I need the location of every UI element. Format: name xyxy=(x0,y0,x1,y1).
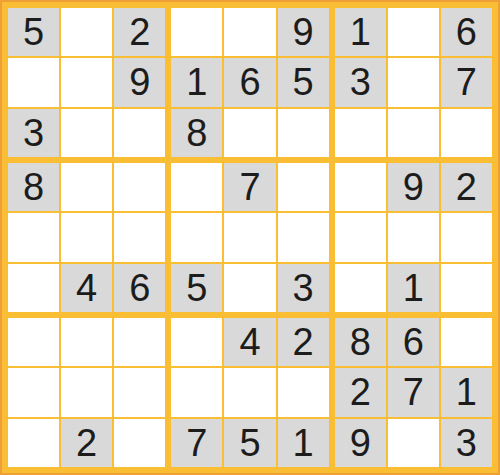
cell-r9c6: 1 xyxy=(278,419,329,467)
cell-r1c3: 2 xyxy=(114,8,165,56)
cell-r7c4[interactable] xyxy=(171,318,222,366)
cell-r7c7: 8 xyxy=(335,318,386,366)
cell-r2c5: 6 xyxy=(224,58,275,106)
cell-r4c5: 7 xyxy=(224,163,275,211)
cell-r7c1[interactable] xyxy=(8,318,59,366)
cell-r1c2[interactable] xyxy=(61,8,112,56)
cell-r5c7[interactable] xyxy=(335,213,386,261)
cell-r1c6: 9 xyxy=(278,8,329,56)
cell-r3c3[interactable] xyxy=(114,109,165,157)
cell-r1c4[interactable] xyxy=(171,8,222,56)
cell-r4c6[interactable] xyxy=(278,163,329,211)
cell-r3c9[interactable] xyxy=(441,109,492,157)
cell-r3c5[interactable] xyxy=(224,109,275,157)
cell-r4c4[interactable] xyxy=(171,163,222,211)
cell-r9c3[interactable] xyxy=(114,419,165,467)
box-0-0: 5293 xyxy=(8,8,165,157)
cell-r2c6: 5 xyxy=(278,58,329,106)
cell-r3c1: 3 xyxy=(8,109,59,157)
cell-r5c2[interactable] xyxy=(61,213,112,261)
cell-r6c3: 6 xyxy=(114,264,165,312)
cell-r4c1: 8 xyxy=(8,163,59,211)
cell-r8c1[interactable] xyxy=(8,368,59,416)
cell-r7c2[interactable] xyxy=(61,318,112,366)
cell-r7c3[interactable] xyxy=(114,318,165,366)
cell-r2c2[interactable] xyxy=(61,58,112,106)
cell-r8c4[interactable] xyxy=(171,368,222,416)
cell-r6c9[interactable] xyxy=(441,264,492,312)
cell-r3c2[interactable] xyxy=(61,109,112,157)
cell-r6c7[interactable] xyxy=(335,264,386,312)
cell-r7c5: 4 xyxy=(224,318,275,366)
cell-r2c4: 1 xyxy=(171,58,222,106)
cell-r7c8: 6 xyxy=(388,318,439,366)
box-2-0: 2 xyxy=(8,318,165,467)
cell-r5c5[interactable] xyxy=(224,213,275,261)
cell-r3c6[interactable] xyxy=(278,109,329,157)
cell-r6c8: 1 xyxy=(388,264,439,312)
cell-r9c1[interactable] xyxy=(8,419,59,467)
cell-r2c1[interactable] xyxy=(8,58,59,106)
cell-r8c9: 1 xyxy=(441,368,492,416)
cell-r3c4: 8 xyxy=(171,109,222,157)
cell-r2c3: 9 xyxy=(114,58,165,106)
box-2-2: 8627193 xyxy=(335,318,492,467)
cell-r5c1[interactable] xyxy=(8,213,59,261)
cell-r4c3[interactable] xyxy=(114,163,165,211)
cell-r5c6[interactable] xyxy=(278,213,329,261)
cell-r4c8: 9 xyxy=(388,163,439,211)
cell-r8c6[interactable] xyxy=(278,368,329,416)
cell-r7c6: 2 xyxy=(278,318,329,366)
cell-r5c8[interactable] xyxy=(388,213,439,261)
cell-r6c5[interactable] xyxy=(224,264,275,312)
cell-r8c8: 7 xyxy=(388,368,439,416)
box-1-2: 921 xyxy=(335,163,492,312)
cell-r6c2: 4 xyxy=(61,264,112,312)
cell-r6c1[interactable] xyxy=(8,264,59,312)
cell-r8c7: 2 xyxy=(335,368,386,416)
cell-r7c9[interactable] xyxy=(441,318,492,366)
cell-r1c9: 6 xyxy=(441,8,492,56)
cell-r5c4[interactable] xyxy=(171,213,222,261)
cell-r4c9: 2 xyxy=(441,163,492,211)
cell-r5c3[interactable] xyxy=(114,213,165,261)
cell-r3c8[interactable] xyxy=(388,109,439,157)
cell-r2c9: 7 xyxy=(441,58,492,106)
cell-r8c5[interactable] xyxy=(224,368,275,416)
cell-r1c7: 1 xyxy=(335,8,386,56)
cell-r9c4: 7 xyxy=(171,419,222,467)
box-0-2: 1637 xyxy=(335,8,492,157)
sudoku-board: 52939165816378467539212427518627193 xyxy=(0,0,500,475)
box-2-1: 42751 xyxy=(171,318,328,467)
cell-r6c6: 3 xyxy=(278,264,329,312)
cell-r4c2[interactable] xyxy=(61,163,112,211)
box-1-1: 753 xyxy=(171,163,328,312)
cell-r2c8[interactable] xyxy=(388,58,439,106)
cell-r1c5[interactable] xyxy=(224,8,275,56)
cell-r3c7[interactable] xyxy=(335,109,386,157)
cell-r1c8[interactable] xyxy=(388,8,439,56)
box-1-0: 846 xyxy=(8,163,165,312)
cell-r6c4: 5 xyxy=(171,264,222,312)
cell-r9c7: 9 xyxy=(335,419,386,467)
cell-r8c3[interactable] xyxy=(114,368,165,416)
cell-r5c9[interactable] xyxy=(441,213,492,261)
box-0-1: 91658 xyxy=(171,8,328,157)
cell-r1c1: 5 xyxy=(8,8,59,56)
cell-r9c8[interactable] xyxy=(388,419,439,467)
cell-r9c9: 3 xyxy=(441,419,492,467)
cell-r9c2: 2 xyxy=(61,419,112,467)
cell-r2c7: 3 xyxy=(335,58,386,106)
cell-r9c5: 5 xyxy=(224,419,275,467)
cell-r8c2[interactable] xyxy=(61,368,112,416)
cell-r4c7[interactable] xyxy=(335,163,386,211)
